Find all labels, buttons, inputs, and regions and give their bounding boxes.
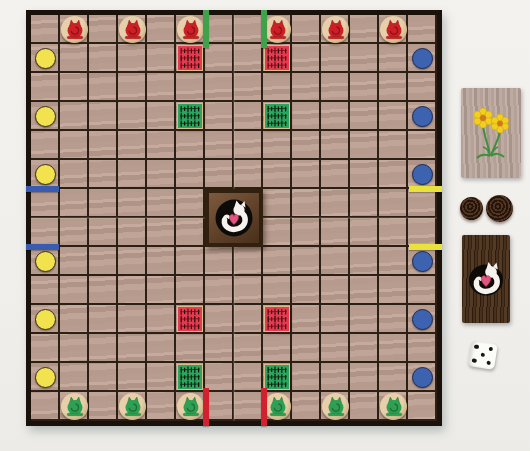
die-pip bbox=[486, 361, 491, 366]
die-pip bbox=[488, 347, 493, 352]
red-cat-pawn[interactable] bbox=[322, 16, 349, 43]
cat-silhouette-icon bbox=[324, 395, 348, 419]
flower-2 bbox=[491, 114, 508, 133]
cat-silhouette-icon bbox=[382, 18, 406, 42]
cat-silhouette-icon bbox=[324, 18, 348, 42]
center-cat-tile[interactable] bbox=[205, 189, 263, 247]
blue-pawn[interactable] bbox=[412, 48, 433, 69]
right-edge-yellow-ribbon bbox=[409, 186, 442, 192]
green-cat-pawn[interactable] bbox=[322, 393, 349, 420]
left-edge-blue-ribbon bbox=[26, 186, 59, 192]
green-scratch-tile[interactable] bbox=[177, 364, 203, 390]
green-cat-pawn[interactable] bbox=[380, 393, 407, 420]
green-cat-pawn[interactable] bbox=[264, 393, 291, 420]
die-pip bbox=[474, 344, 479, 349]
game-board bbox=[26, 10, 442, 426]
bottom-edge-red-ribbon bbox=[203, 388, 209, 426]
cat-heart-icon bbox=[466, 259, 506, 299]
green-scratch-tile[interactable] bbox=[177, 103, 203, 129]
blue-pawn[interactable] bbox=[412, 106, 433, 127]
scratch-marks-icon bbox=[265, 307, 289, 331]
blue-pawn[interactable] bbox=[412, 309, 433, 330]
scratch-marks-icon bbox=[265, 46, 289, 70]
board-grid bbox=[31, 15, 437, 421]
die-pip bbox=[480, 352, 485, 357]
right-edge-yellow-ribbon bbox=[409, 244, 442, 250]
yellow-pawn[interactable] bbox=[35, 367, 56, 388]
scratch-marks-icon bbox=[178, 307, 202, 331]
yellow-pawn[interactable] bbox=[35, 106, 56, 127]
left-edge-blue-ribbon bbox=[26, 244, 59, 250]
red-cat-pawn[interactable] bbox=[61, 16, 88, 43]
green-scratch-tile[interactable] bbox=[264, 364, 290, 390]
bottom-edge-red-ribbon bbox=[261, 388, 267, 426]
yellow-pawn[interactable] bbox=[35, 164, 56, 185]
center-cat-heart-icon bbox=[214, 198, 254, 238]
red-scratch-tile[interactable] bbox=[264, 306, 290, 332]
red-cat-pawn[interactable] bbox=[380, 16, 407, 43]
blue-pawn[interactable] bbox=[412, 164, 433, 185]
flower-card[interactable] bbox=[461, 88, 521, 178]
cat-silhouette-icon bbox=[266, 395, 290, 419]
cat-silhouette-icon bbox=[63, 395, 87, 419]
die-pip bbox=[472, 358, 477, 363]
red-cat-pawn[interactable] bbox=[264, 16, 291, 43]
red-scratch-tile[interactable] bbox=[177, 45, 203, 71]
wooden-spiral-disc-2[interactable] bbox=[486, 195, 513, 222]
scratch-marks-icon bbox=[178, 46, 202, 70]
top-edge-green-ribbon bbox=[261, 10, 267, 48]
yellow-pawn[interactable] bbox=[35, 48, 56, 69]
die-showing-5[interactable] bbox=[467, 340, 498, 370]
green-cat-pawn[interactable] bbox=[61, 393, 88, 420]
cat-silhouette-icon bbox=[382, 395, 406, 419]
yellow-pawn[interactable] bbox=[35, 251, 56, 272]
flowers-icon bbox=[469, 104, 513, 162]
cat-silhouette-icon bbox=[63, 18, 87, 42]
red-cat-pawn[interactable] bbox=[177, 16, 204, 43]
scratch-marks-icon bbox=[178, 365, 202, 389]
tabletop-scene bbox=[0, 0, 530, 451]
flower-1 bbox=[474, 108, 492, 128]
red-scratch-tile[interactable] bbox=[264, 45, 290, 71]
cat-silhouette-icon bbox=[179, 18, 203, 42]
green-scratch-tile[interactable] bbox=[264, 103, 290, 129]
cat-silhouette-icon bbox=[121, 18, 145, 42]
green-cat-pawn[interactable] bbox=[177, 393, 204, 420]
cat-silhouette-icon bbox=[179, 395, 203, 419]
red-scratch-tile[interactable] bbox=[177, 306, 203, 332]
scratch-marks-icon bbox=[178, 104, 202, 128]
scratch-marks-icon bbox=[265, 365, 289, 389]
cat-silhouette-icon bbox=[266, 18, 290, 42]
green-cat-pawn[interactable] bbox=[119, 393, 146, 420]
blue-pawn[interactable] bbox=[412, 251, 433, 272]
cat-silhouette-icon bbox=[121, 395, 145, 419]
top-edge-green-ribbon bbox=[203, 10, 209, 48]
blue-pawn[interactable] bbox=[412, 367, 433, 388]
yellow-pawn[interactable] bbox=[35, 309, 56, 330]
wooden-spiral-disc-1[interactable] bbox=[460, 197, 483, 220]
cat-card[interactable] bbox=[462, 235, 510, 323]
red-cat-pawn[interactable] bbox=[119, 16, 146, 43]
scratch-marks-icon bbox=[265, 104, 289, 128]
